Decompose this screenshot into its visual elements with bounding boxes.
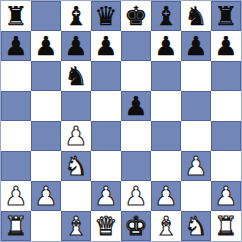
square-f5[interactable]	[151, 91, 181, 121]
square-e2[interactable]: ♟	[121, 181, 151, 211]
square-d6[interactable]	[91, 61, 121, 91]
square-e4[interactable]	[121, 121, 151, 151]
piece-black-queen[interactable]: ♛	[94, 1, 117, 31]
square-f2[interactable]: ♟	[151, 181, 181, 211]
square-a2[interactable]: ♟	[1, 181, 31, 211]
square-e7[interactable]	[121, 31, 151, 61]
square-g8[interactable]: ♞	[181, 1, 211, 31]
piece-black-pawn[interactable]: ♟	[154, 31, 177, 61]
square-e1[interactable]: ♚	[121, 211, 151, 241]
square-e6[interactable]	[121, 61, 151, 91]
piece-black-knight[interactable]: ♞	[184, 1, 207, 31]
piece-white-pawn[interactable]: ♟	[184, 151, 207, 181]
square-h8[interactable]: ♜	[211, 1, 241, 31]
square-c8[interactable]: ♝	[61, 1, 91, 31]
square-h2[interactable]: ♟	[211, 181, 241, 211]
square-c1[interactable]: ♝	[61, 211, 91, 241]
piece-black-pawn[interactable]: ♟	[94, 31, 117, 61]
square-h6[interactable]	[211, 61, 241, 91]
square-g5[interactable]	[181, 91, 211, 121]
piece-white-queen[interactable]: ♛	[94, 211, 117, 241]
piece-black-pawn[interactable]: ♟	[184, 31, 207, 61]
piece-black-king[interactable]: ♚	[124, 1, 147, 31]
piece-white-pawn[interactable]: ♟	[34, 181, 57, 211]
square-c3[interactable]: ♞	[61, 151, 91, 181]
square-e3[interactable]	[121, 151, 151, 181]
square-e5[interactable]: ♟	[121, 91, 151, 121]
piece-white-knight[interactable]: ♞	[184, 211, 207, 241]
square-d5[interactable]	[91, 91, 121, 121]
square-h1[interactable]: ♜	[211, 211, 241, 241]
piece-white-rook[interactable]: ♜	[4, 211, 27, 241]
square-d3[interactable]	[91, 151, 121, 181]
square-h7[interactable]: ♟	[211, 31, 241, 61]
piece-black-pawn[interactable]: ♟	[124, 91, 147, 121]
piece-black-rook[interactable]: ♜	[214, 1, 237, 31]
square-g4[interactable]	[181, 121, 211, 151]
square-h5[interactable]	[211, 91, 241, 121]
piece-black-bishop[interactable]: ♝	[154, 1, 177, 31]
square-h3[interactable]	[211, 151, 241, 181]
piece-black-pawn[interactable]: ♟	[34, 31, 57, 61]
piece-white-pawn[interactable]: ♟	[154, 181, 177, 211]
piece-white-king[interactable]: ♚	[124, 211, 147, 241]
piece-black-pawn[interactable]: ♟	[214, 31, 237, 61]
square-e8[interactable]: ♚	[121, 1, 151, 31]
square-a3[interactable]	[1, 151, 31, 181]
square-f6[interactable]	[151, 61, 181, 91]
piece-white-bishop[interactable]: ♝	[154, 211, 177, 241]
square-g1[interactable]: ♞	[181, 211, 211, 241]
square-a8[interactable]: ♜	[1, 1, 31, 31]
piece-white-pawn[interactable]: ♟	[94, 181, 117, 211]
square-b3[interactable]	[31, 151, 61, 181]
square-h4[interactable]	[211, 121, 241, 151]
square-f1[interactable]: ♝	[151, 211, 181, 241]
square-a6[interactable]	[1, 61, 31, 91]
square-g2[interactable]	[181, 181, 211, 211]
square-a5[interactable]	[1, 91, 31, 121]
piece-white-bishop[interactable]: ♝	[64, 211, 87, 241]
piece-black-bishop[interactable]: ♝	[64, 1, 87, 31]
piece-white-pawn[interactable]: ♟	[124, 181, 147, 211]
square-b5[interactable]	[31, 91, 61, 121]
piece-black-pawn[interactable]: ♟	[64, 31, 87, 61]
square-g6[interactable]	[181, 61, 211, 91]
square-d7[interactable]: ♟	[91, 31, 121, 61]
square-c2[interactable]	[61, 181, 91, 211]
square-f3[interactable]	[151, 151, 181, 181]
square-d1[interactable]: ♛	[91, 211, 121, 241]
square-d2[interactable]: ♟	[91, 181, 121, 211]
piece-white-pawn[interactable]: ♟	[214, 181, 237, 211]
square-b4[interactable]	[31, 121, 61, 151]
square-d8[interactable]: ♛	[91, 1, 121, 31]
square-b1[interactable]	[31, 211, 61, 241]
piece-black-pawn[interactable]: ♟	[4, 31, 27, 61]
piece-white-pawn[interactable]: ♟	[64, 121, 87, 151]
square-f8[interactable]: ♝	[151, 1, 181, 31]
square-a1[interactable]: ♜	[1, 211, 31, 241]
square-b7[interactable]: ♟	[31, 31, 61, 61]
square-c7[interactable]: ♟	[61, 31, 91, 61]
piece-black-knight[interactable]: ♞	[64, 61, 87, 91]
square-f4[interactable]	[151, 121, 181, 151]
square-b6[interactable]	[31, 61, 61, 91]
square-c6[interactable]: ♞	[61, 61, 91, 91]
piece-black-rook[interactable]: ♜	[4, 1, 27, 31]
piece-white-pawn[interactable]: ♟	[4, 181, 27, 211]
chess-board: ♜♝♛♚♝♞♜♟♟♟♟♟♟♟♞♟♟♞♟♟♟♟♟♟♟♜♝♛♚♝♞♜	[0, 0, 242, 242]
square-a7[interactable]: ♟	[1, 31, 31, 61]
square-g3[interactable]: ♟	[181, 151, 211, 181]
square-c5[interactable]	[61, 91, 91, 121]
square-c4[interactable]: ♟	[61, 121, 91, 151]
square-a4[interactable]	[1, 121, 31, 151]
square-d4[interactable]	[91, 121, 121, 151]
square-b2[interactable]: ♟	[31, 181, 61, 211]
square-f7[interactable]: ♟	[151, 31, 181, 61]
chess-board-container: ♜♝♛♚♝♞♜♟♟♟♟♟♟♟♞♟♟♞♟♟♟♟♟♟♟♜♝♛♚♝♞♜	[0, 0, 242, 242]
square-g7[interactable]: ♟	[181, 31, 211, 61]
piece-white-knight[interactable]: ♞	[64, 151, 87, 181]
square-b8[interactable]	[31, 1, 61, 31]
piece-white-rook[interactable]: ♜	[214, 211, 237, 241]
